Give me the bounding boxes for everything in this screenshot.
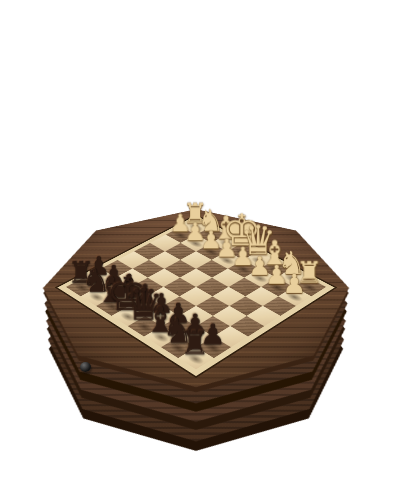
piece-white-pawn: ♟ (272, 271, 317, 297)
piece-black-rook: ♜ (171, 326, 219, 359)
drawer-knob-icon (80, 362, 91, 372)
product-photo-chess-set: ♜♞♝♛♚♝♞♜♟♟♟♟♟♟♟♟♟♟♟♟♟♟♟♟♜♞♝♛♚♝♞♜ (0, 0, 400, 500)
chess-set-3d: ♜♞♝♛♚♝♞♜♟♟♟♟♟♟♟♟♟♟♟♟♟♟♟♟♜♞♝♛♚♝♞♜ (0, 181, 400, 436)
